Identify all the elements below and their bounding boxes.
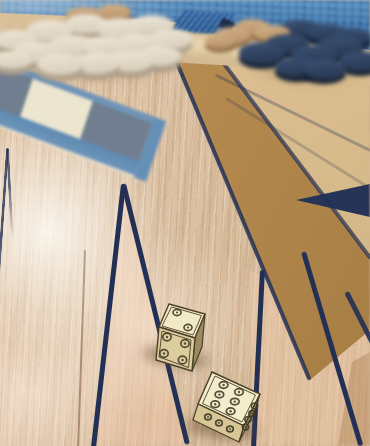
checker-dark	[302, 59, 346, 79]
checker-tan	[205, 34, 235, 48]
die-2	[196, 364, 266, 446]
checker-light	[37, 53, 83, 74]
backgammon-table-photo	[0, 0, 370, 446]
